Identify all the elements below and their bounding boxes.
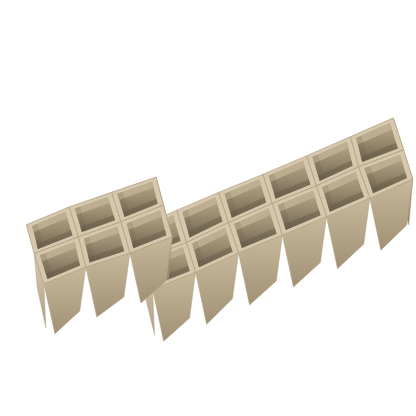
page: [0, 0, 416, 416]
product-photo: [0, 0, 416, 416]
peat-pot-trays-illustration: [0, 0, 416, 416]
